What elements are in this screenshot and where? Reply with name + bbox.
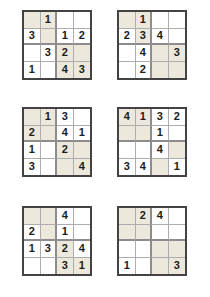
- given-cell-r4c1: 1: [24, 62, 41, 79]
- empty-cell-r4c1[interactable]: [24, 258, 41, 275]
- given-cell-r1c4: 2: [169, 109, 186, 126]
- empty-cell-r4c3[interactable]: [152, 159, 169, 176]
- given-cell-r1c2: 1: [41, 12, 58, 29]
- given-cell-r3c1: 1: [24, 142, 41, 159]
- empty-cell-r1c1[interactable]: [119, 208, 136, 225]
- given-cell-r4c2: 4: [136, 159, 153, 176]
- empty-cell-r2c2[interactable]: [136, 126, 153, 143]
- empty-cell-r4c3[interactable]: [57, 159, 74, 176]
- empty-cell-r2c2[interactable]: [41, 29, 58, 46]
- given-cell-r2c3: 1: [152, 126, 169, 143]
- given-cell-r4c1: 3: [24, 159, 41, 176]
- empty-cell-r1c4[interactable]: [74, 109, 91, 126]
- empty-cell-r2c1[interactable]: [119, 126, 136, 143]
- given-cell-r3c3: 2: [57, 241, 74, 258]
- empty-cell-r3c2[interactable]: [41, 142, 58, 159]
- empty-cell-r4c1[interactable]: [119, 62, 136, 79]
- empty-cell-r4c2[interactable]: [41, 62, 58, 79]
- empty-cell-r2c4[interactable]: [169, 126, 186, 143]
- empty-cell-r1c4[interactable]: [74, 208, 91, 225]
- given-cell-r3c2: 3: [41, 45, 58, 62]
- empty-cell-r3c4[interactable]: [74, 142, 91, 159]
- empty-cell-r2c2[interactable]: [41, 126, 58, 143]
- given-cell-r3c3: 4: [152, 142, 169, 159]
- given-cell-r3c4: 3: [169, 45, 186, 62]
- given-cell-r4c4: 1: [169, 159, 186, 176]
- empty-cell-r4c4[interactable]: [169, 62, 186, 79]
- empty-cell-r2c2[interactable]: [136, 225, 153, 242]
- sudoku-board-middle-left: 132411234: [22, 107, 92, 177]
- given-cell-r4c4: 4: [74, 159, 91, 176]
- empty-cell-r2c4[interactable]: [169, 225, 186, 242]
- empty-cell-r3c3[interactable]: [152, 45, 169, 62]
- given-cell-r2c4: 2: [74, 29, 91, 46]
- given-cell-r2c3: 4: [57, 126, 74, 143]
- empty-cell-r1c1[interactable]: [24, 12, 41, 29]
- empty-cell-r1c4[interactable]: [169, 12, 186, 29]
- worksheet-page: 131232143 1234432 132411234 413214341 42…: [0, 0, 210, 297]
- given-cell-r2c3: 1: [57, 29, 74, 46]
- given-cell-r1c2: 1: [136, 12, 153, 29]
- given-cell-r4c3: 4: [57, 62, 74, 79]
- given-cell-r4c4: 1: [74, 258, 91, 275]
- given-cell-r4c4: 3: [169, 258, 186, 275]
- empty-cell-r1c2[interactable]: [41, 208, 58, 225]
- empty-cell-r4c2[interactable]: [41, 258, 58, 275]
- given-cell-r1c3: 3: [152, 109, 169, 126]
- empty-cell-r3c1[interactable]: [119, 45, 136, 62]
- given-cell-r2c1: 2: [119, 29, 136, 46]
- sudoku-board-bottom-left: 421132431: [22, 206, 92, 276]
- empty-cell-r3c2[interactable]: [136, 241, 153, 258]
- empty-cell-r1c1[interactable]: [119, 12, 136, 29]
- empty-cell-r2c3[interactable]: [152, 225, 169, 242]
- empty-cell-r3c1[interactable]: [119, 241, 136, 258]
- empty-cell-r3c4[interactable]: [169, 241, 186, 258]
- given-cell-r1c3: 3: [57, 109, 74, 126]
- empty-cell-r1c3[interactable]: [152, 12, 169, 29]
- given-cell-r3c3: 2: [57, 142, 74, 159]
- given-cell-r4c4: 3: [74, 62, 91, 79]
- given-cell-r1c2: 2: [136, 208, 153, 225]
- given-cell-r4c2: 2: [136, 62, 153, 79]
- sudoku-board-bottom-right: 2413: [117, 206, 187, 276]
- given-cell-r2c1: 2: [24, 225, 41, 242]
- empty-cell-r2c1[interactable]: [119, 225, 136, 242]
- empty-cell-r4c2[interactable]: [136, 258, 153, 275]
- empty-cell-r1c4[interactable]: [74, 12, 91, 29]
- given-cell-r3c4: 4: [74, 241, 91, 258]
- given-cell-r3c2: 4: [136, 45, 153, 62]
- given-cell-r1c3: 4: [152, 208, 169, 225]
- given-cell-r4c1: 3: [119, 159, 136, 176]
- empty-cell-r2c4[interactable]: [169, 29, 186, 46]
- sudoku-board-top-right: 1234432: [117, 10, 187, 80]
- given-cell-r2c1: 3: [24, 29, 41, 46]
- given-cell-r2c1: 2: [24, 126, 41, 143]
- empty-cell-r3c4[interactable]: [169, 142, 186, 159]
- given-cell-r4c3: 3: [57, 258, 74, 275]
- given-cell-r4c1: 1: [119, 258, 136, 275]
- empty-cell-r4c2[interactable]: [41, 159, 58, 176]
- empty-cell-r3c3[interactable]: [152, 241, 169, 258]
- given-cell-r1c1: 4: [119, 109, 136, 126]
- given-cell-r1c2: 1: [41, 109, 58, 126]
- given-cell-r2c2: 3: [136, 29, 153, 46]
- given-cell-r1c3: 4: [57, 208, 74, 225]
- empty-cell-r1c1[interactable]: [24, 208, 41, 225]
- empty-cell-r2c4[interactable]: [74, 225, 91, 242]
- empty-cell-r3c4[interactable]: [74, 45, 91, 62]
- empty-cell-r1c4[interactable]: [169, 208, 186, 225]
- empty-cell-r4c3[interactable]: [152, 258, 169, 275]
- empty-cell-r1c1[interactable]: [24, 109, 41, 126]
- empty-cell-r2c2[interactable]: [41, 225, 58, 242]
- empty-cell-r1c3[interactable]: [57, 12, 74, 29]
- given-cell-r2c4: 1: [74, 126, 91, 143]
- sudoku-board-top-left: 131232143: [22, 10, 92, 80]
- sudoku-board-middle-right: 413214341: [117, 107, 187, 177]
- given-cell-r3c2: 3: [41, 241, 58, 258]
- empty-cell-r4c3[interactable]: [152, 62, 169, 79]
- given-cell-r2c3: 1: [57, 225, 74, 242]
- empty-cell-r3c2[interactable]: [136, 142, 153, 159]
- empty-cell-r3c1[interactable]: [24, 45, 41, 62]
- empty-cell-r3c1[interactable]: [119, 142, 136, 159]
- given-cell-r1c2: 1: [136, 109, 153, 126]
- given-cell-r3c3: 2: [57, 45, 74, 62]
- given-cell-r3c1: 1: [24, 241, 41, 258]
- given-cell-r2c3: 4: [152, 29, 169, 46]
